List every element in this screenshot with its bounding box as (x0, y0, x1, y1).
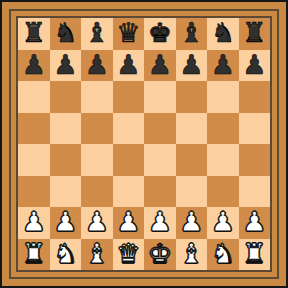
piece-white-pawn[interactable]: ♟ (242, 208, 266, 235)
piece-white-rook[interactable]: ♜ (22, 240, 46, 267)
piece-white-rook[interactable]: ♜ (242, 240, 266, 267)
square-c2[interactable]: ♟ (81, 207, 113, 239)
piece-black-king[interactable]: ♚ (148, 19, 172, 46)
square-c1[interactable]: ♝ (81, 239, 113, 271)
piece-black-pawn[interactable]: ♟ (116, 51, 140, 78)
square-a8[interactable]: ♜ (18, 18, 50, 50)
square-d7[interactable]: ♟ (113, 50, 145, 82)
square-a4[interactable] (18, 144, 50, 176)
square-f3[interactable] (176, 176, 208, 208)
piece-white-pawn[interactable]: ♟ (85, 208, 109, 235)
square-c7[interactable]: ♟ (81, 50, 113, 82)
board-outer-edge: ♜♞♝♛♚♝♞♜♟♟♟♟♟♟♟♟♟♟♟♟♟♟♟♟♜♞♝♛♚♝♞♜ (0, 0, 288, 288)
square-e6[interactable] (144, 81, 176, 113)
piece-black-pawn[interactable]: ♟ (53, 51, 77, 78)
piece-black-pawn[interactable]: ♟ (85, 51, 109, 78)
piece-white-king[interactable]: ♚ (148, 240, 172, 267)
square-f2[interactable]: ♟ (176, 207, 208, 239)
chess-board[interactable]: ♜♞♝♛♚♝♞♜♟♟♟♟♟♟♟♟♟♟♟♟♟♟♟♟♜♞♝♛♚♝♞♜ (18, 18, 270, 270)
square-g3[interactable] (207, 176, 239, 208)
square-f1[interactable]: ♝ (176, 239, 208, 271)
square-e1[interactable]: ♚ (144, 239, 176, 271)
piece-white-queen[interactable]: ♛ (116, 240, 140, 267)
square-a7[interactable]: ♟ (18, 50, 50, 82)
square-b3[interactable] (50, 176, 82, 208)
square-g1[interactable]: ♞ (207, 239, 239, 271)
board-frame-line-outer: ♜♞♝♛♚♝♞♜♟♟♟♟♟♟♟♟♟♟♟♟♟♟♟♟♜♞♝♛♚♝♞♜ (9, 9, 279, 279)
square-h3[interactable] (239, 176, 271, 208)
square-a2[interactable]: ♟ (18, 207, 50, 239)
piece-white-pawn[interactable]: ♟ (148, 208, 172, 235)
piece-white-knight[interactable]: ♞ (53, 240, 77, 267)
square-f8[interactable]: ♝ (176, 18, 208, 50)
square-h5[interactable] (239, 113, 271, 145)
square-h7[interactable]: ♟ (239, 50, 271, 82)
square-f5[interactable] (176, 113, 208, 145)
square-a1[interactable]: ♜ (18, 239, 50, 271)
square-e8[interactable]: ♚ (144, 18, 176, 50)
square-c3[interactable] (81, 176, 113, 208)
piece-white-bishop[interactable]: ♝ (85, 240, 109, 267)
square-g4[interactable] (207, 144, 239, 176)
square-e2[interactable]: ♟ (144, 207, 176, 239)
square-d1[interactable]: ♛ (113, 239, 145, 271)
piece-black-pawn[interactable]: ♟ (211, 51, 235, 78)
square-d4[interactable] (113, 144, 145, 176)
piece-black-rook[interactable]: ♜ (242, 19, 266, 46)
piece-black-rook[interactable]: ♜ (22, 19, 46, 46)
square-g5[interactable] (207, 113, 239, 145)
chess-app: ♜♞♝♛♚♝♞♜♟♟♟♟♟♟♟♟♟♟♟♟♟♟♟♟♜♞♝♛♚♝♞♜ (0, 0, 288, 288)
square-f7[interactable]: ♟ (176, 50, 208, 82)
square-c8[interactable]: ♝ (81, 18, 113, 50)
piece-black-bishop[interactable]: ♝ (179, 19, 203, 46)
board-frame-line-inner: ♜♞♝♛♚♝♞♜♟♟♟♟♟♟♟♟♟♟♟♟♟♟♟♟♜♞♝♛♚♝♞♜ (16, 16, 272, 272)
square-b2[interactable]: ♟ (50, 207, 82, 239)
piece-white-pawn[interactable]: ♟ (116, 208, 140, 235)
square-c6[interactable] (81, 81, 113, 113)
square-e4[interactable] (144, 144, 176, 176)
square-b6[interactable] (50, 81, 82, 113)
square-a5[interactable] (18, 113, 50, 145)
square-b5[interactable] (50, 113, 82, 145)
square-h4[interactable] (239, 144, 271, 176)
piece-black-pawn[interactable]: ♟ (22, 51, 46, 78)
square-f6[interactable] (176, 81, 208, 113)
square-b7[interactable]: ♟ (50, 50, 82, 82)
square-a3[interactable] (18, 176, 50, 208)
square-d5[interactable] (113, 113, 145, 145)
square-d6[interactable] (113, 81, 145, 113)
square-h1[interactable]: ♜ (239, 239, 271, 271)
square-g8[interactable]: ♞ (207, 18, 239, 50)
square-g7[interactable]: ♟ (207, 50, 239, 82)
piece-black-pawn[interactable]: ♟ (148, 51, 172, 78)
piece-white-pawn[interactable]: ♟ (211, 208, 235, 235)
square-b4[interactable] (50, 144, 82, 176)
piece-black-knight[interactable]: ♞ (53, 19, 77, 46)
square-c5[interactable] (81, 113, 113, 145)
piece-black-queen[interactable]: ♛ (116, 19, 140, 46)
square-d8[interactable]: ♛ (113, 18, 145, 50)
piece-white-pawn[interactable]: ♟ (22, 208, 46, 235)
piece-white-pawn[interactable]: ♟ (179, 208, 203, 235)
board-frame-outer: ♜♞♝♛♚♝♞♜♟♟♟♟♟♟♟♟♟♟♟♟♟♟♟♟♜♞♝♛♚♝♞♜ (2, 2, 286, 286)
piece-black-pawn[interactable]: ♟ (179, 51, 203, 78)
square-e5[interactable] (144, 113, 176, 145)
square-h8[interactable]: ♜ (239, 18, 271, 50)
piece-black-knight[interactable]: ♞ (211, 19, 235, 46)
piece-white-knight[interactable]: ♞ (211, 240, 235, 267)
square-e3[interactable] (144, 176, 176, 208)
square-f4[interactable] (176, 144, 208, 176)
square-a6[interactable] (18, 81, 50, 113)
square-g6[interactable] (207, 81, 239, 113)
square-b1[interactable]: ♞ (50, 239, 82, 271)
piece-white-pawn[interactable]: ♟ (53, 208, 77, 235)
square-c4[interactable] (81, 144, 113, 176)
square-h2[interactable]: ♟ (239, 207, 271, 239)
square-e7[interactable]: ♟ (144, 50, 176, 82)
square-g2[interactable]: ♟ (207, 207, 239, 239)
piece-black-pawn[interactable]: ♟ (242, 51, 266, 78)
square-d2[interactable]: ♟ (113, 207, 145, 239)
square-h6[interactable] (239, 81, 271, 113)
square-b8[interactable]: ♞ (50, 18, 82, 50)
board-frame-inner: ♜♞♝♛♚♝♞♜♟♟♟♟♟♟♟♟♟♟♟♟♟♟♟♟♜♞♝♛♚♝♞♜ (11, 11, 277, 277)
piece-white-bishop[interactable]: ♝ (179, 240, 203, 267)
square-d3[interactable] (113, 176, 145, 208)
piece-black-bishop[interactable]: ♝ (85, 19, 109, 46)
